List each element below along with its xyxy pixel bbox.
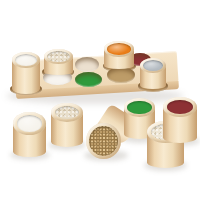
texture-insert-tan-sandpaper bbox=[89, 126, 118, 156]
texture-insert-silver-gray bbox=[143, 60, 163, 71]
loose-cylinder-cream-fleece bbox=[51, 103, 83, 147]
loose-cylinder-dark-red-velvet bbox=[163, 97, 197, 143]
texture-insert-dark-red-velvet bbox=[167, 100, 194, 114]
recess-pale-cream bbox=[75, 57, 99, 72]
texture-insert-cream-fleece bbox=[55, 106, 80, 120]
recess-tan-sandpaper bbox=[107, 67, 135, 83]
cylinder-top bbox=[163, 97, 197, 117]
cylinder-top bbox=[44, 49, 73, 64]
texture-insert-white-smooth bbox=[17, 115, 43, 132]
texture-insert-orange bbox=[107, 43, 130, 55]
cylinder-top bbox=[104, 41, 134, 57]
board-cylinder-cream-fleece bbox=[44, 49, 73, 75]
texture-insert-green-felt bbox=[127, 101, 151, 115]
cylinder-top bbox=[86, 123, 121, 159]
board-cylinder-orange bbox=[104, 41, 134, 69]
recess-green-felt bbox=[75, 72, 102, 87]
texture-insert-cream-fleece bbox=[47, 51, 70, 62]
cylinder-top bbox=[124, 98, 155, 117]
cylinder-top bbox=[51, 103, 83, 122]
product-photo bbox=[0, 0, 200, 200]
board-cylinder-silver-gray bbox=[140, 58, 166, 89]
loose-cylinder-white-smooth bbox=[13, 112, 46, 157]
cylinder-top bbox=[12, 52, 40, 68]
cylinder-top bbox=[140, 58, 166, 73]
board-cylinder-white-smooth bbox=[12, 52, 40, 94]
cylinder-top bbox=[13, 112, 46, 135]
texture-insert-white-smooth bbox=[15, 54, 37, 66]
